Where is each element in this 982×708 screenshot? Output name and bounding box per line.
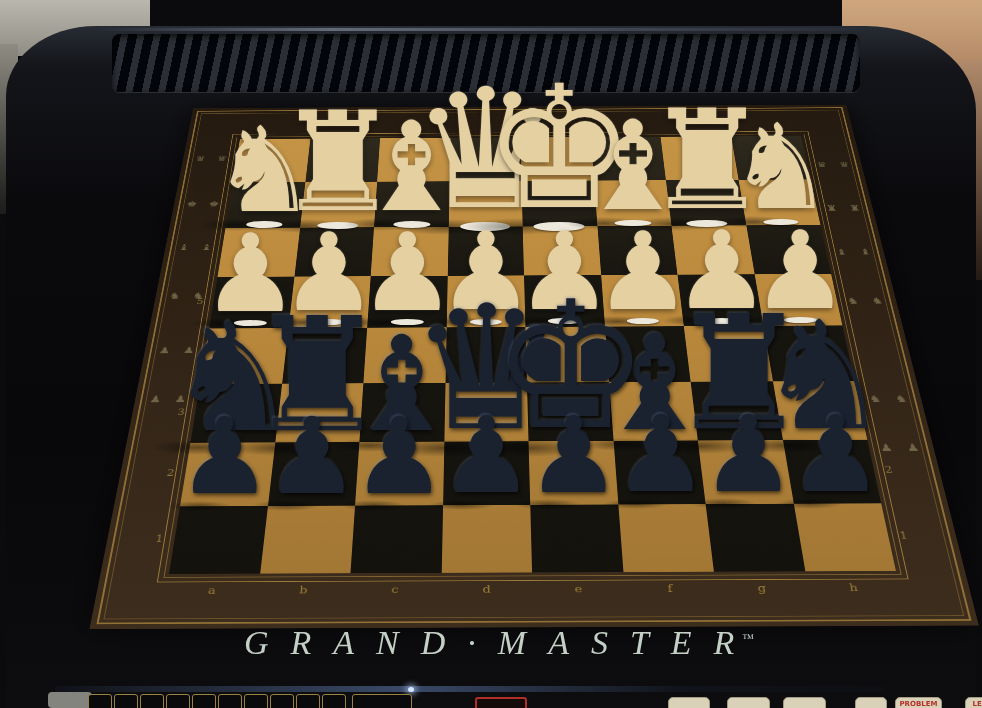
file-label-c: c xyxy=(383,584,407,596)
panel-key-small-5[interactable] xyxy=(192,694,216,708)
pawn-glyph: ♟ xyxy=(423,404,550,508)
pawn-glyph: ♟ xyxy=(161,405,288,509)
front-bevel-highlight xyxy=(55,686,885,692)
brand-text: GRAND·MASTER xyxy=(244,624,756,661)
file-label-e: e xyxy=(566,583,590,595)
table-edge-blob xyxy=(48,692,92,708)
piece-black-pawn-f2[interactable]: ♟ xyxy=(597,403,724,507)
panel-key-small-7[interactable] xyxy=(244,694,268,708)
panel-key-problem[interactable]: PROBLEM xyxy=(895,697,942,708)
panel-key-wide[interactable] xyxy=(352,694,412,708)
piece-black-pawn-a2[interactable]: ♟ xyxy=(161,405,288,509)
file-label-b: b xyxy=(291,584,316,596)
rank-label-1-right: 1 xyxy=(893,530,915,541)
case-top-highlight xyxy=(95,28,875,31)
file-label-f: f xyxy=(658,583,683,595)
rank-label-1-left: 1 xyxy=(149,533,170,544)
trademark-symbol: ™ xyxy=(742,631,754,645)
panel-key-small-2[interactable] xyxy=(114,694,138,708)
panel-key-small-1[interactable] xyxy=(88,694,112,708)
panel-key-red[interactable] xyxy=(475,697,527,708)
file-label-g: g xyxy=(749,582,775,594)
panel-key-small-10[interactable] xyxy=(322,694,346,708)
panel-key-legal[interactable]: LEGAL xyxy=(965,697,982,708)
panel-key-small-3[interactable] xyxy=(140,694,164,708)
panel-key-small-6[interactable] xyxy=(218,694,242,708)
panel-key-beige-2[interactable] xyxy=(727,697,770,708)
panel-key-small-4[interactable] xyxy=(166,694,190,708)
file-label-h: h xyxy=(841,582,867,594)
bevel-glint xyxy=(408,687,414,692)
file-label-d: d xyxy=(475,583,499,595)
panel-key-beige-1[interactable] xyxy=(668,697,710,708)
piece-black-pawn-d2[interactable]: ♟ xyxy=(423,404,550,508)
panel-key-small-9[interactable] xyxy=(296,694,320,708)
panel-key-beige-4[interactable] xyxy=(855,697,887,708)
panel-key-beige-3[interactable] xyxy=(783,697,826,708)
pawn-glyph: ♟ xyxy=(772,403,899,507)
grandmaster-chess-computer-photo: abcdefgh123512♛♛♚♚♝♝♞♞♟♟♟♟♛♛♜♜♝♝♞♞♞♞♟♟ ♞… xyxy=(0,0,982,708)
pawn-glyph: ♟ xyxy=(597,403,724,507)
brand-logo: GRAND·MASTER™ xyxy=(244,624,754,662)
panel-key-small-8[interactable] xyxy=(270,694,294,708)
file-label-a: a xyxy=(199,584,224,596)
piece-black-pawn-h2[interactable]: ♟ xyxy=(772,403,899,507)
